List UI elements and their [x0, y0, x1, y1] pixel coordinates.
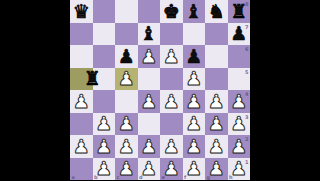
white-pawn[interactable]: ♟	[230, 114, 247, 133]
square-a2[interactable]: ♟	[70, 135, 93, 158]
square-b3[interactable]: ♟	[93, 113, 116, 136]
white-pawn[interactable]: ♟	[95, 137, 112, 156]
letterbox-left	[0, 0, 70, 180]
square-f5[interactable]: ♟	[183, 68, 206, 91]
square-c7[interactable]	[115, 23, 138, 46]
white-pawn[interactable]: ♟	[118, 159, 135, 178]
white-pawn[interactable]: ♟	[208, 114, 225, 133]
square-b1[interactable]: b♟	[93, 158, 116, 181]
white-pawn[interactable]: ♟	[118, 137, 135, 156]
square-b8[interactable]	[93, 0, 116, 23]
square-d1[interactable]: d♟	[138, 158, 161, 181]
square-h7[interactable]: 7♟	[228, 23, 251, 46]
square-e1[interactable]: e♟	[160, 158, 183, 181]
square-f7[interactable]	[183, 23, 206, 46]
white-pawn[interactable]: ♟	[140, 92, 157, 111]
square-g2[interactable]: ♟	[205, 135, 228, 158]
square-h2[interactable]: 2♟	[228, 135, 251, 158]
square-e4[interactable]: ♟	[160, 90, 183, 113]
black-pawn[interactable]: ♟	[230, 24, 247, 43]
rank-label-5: 5	[245, 69, 248, 75]
black-king[interactable]: ♚	[163, 2, 180, 21]
square-h5[interactable]: 5	[228, 68, 251, 91]
square-d5[interactable]	[138, 68, 161, 91]
white-pawn[interactable]: ♟	[95, 159, 112, 178]
black-knight[interactable]: ♞	[208, 2, 225, 21]
square-d2[interactable]: ♟	[138, 135, 161, 158]
black-pawn[interactable]: ♟	[185, 47, 202, 66]
square-b7[interactable]	[93, 23, 116, 46]
white-pawn[interactable]: ♟	[185, 92, 202, 111]
square-e8[interactable]: ♚	[160, 0, 183, 23]
white-pawn[interactable]: ♟	[140, 159, 157, 178]
square-h8[interactable]: 8♜	[228, 0, 251, 23]
white-pawn[interactable]: ♟	[95, 114, 112, 133]
square-h4[interactable]: 4♟	[228, 90, 251, 113]
rank-label-6: 6	[245, 46, 248, 52]
white-pawn[interactable]: ♟	[208, 159, 225, 178]
square-h3[interactable]: 3♟	[228, 113, 251, 136]
white-pawn[interactable]: ♟	[230, 137, 247, 156]
square-d4[interactable]: ♟	[138, 90, 161, 113]
white-pawn[interactable]: ♟	[73, 92, 90, 111]
white-pawn[interactable]: ♟	[118, 114, 135, 133]
square-e6[interactable]: ♟	[160, 45, 183, 68]
square-a6[interactable]	[70, 45, 93, 68]
square-f2[interactable]: ♟	[183, 135, 206, 158]
chess-board[interactable]: ♛♚♝♞8♜♝7♟♟♟♟♟6♜♟♟5♟♟♟♟♟4♟♟♟♟♟3♟♟♟♟♟♟♟♟2♟…	[70, 0, 250, 180]
square-b4[interactable]	[93, 90, 116, 113]
square-d8[interactable]	[138, 0, 161, 23]
black-rook[interactable]: ♜	[84, 69, 101, 88]
square-c2[interactable]: ♟	[115, 135, 138, 158]
letterbox-right	[250, 0, 320, 180]
square-f8[interactable]: ♝	[183, 0, 206, 23]
square-g8[interactable]: ♞	[205, 0, 228, 23]
white-pawn[interactable]: ♟	[140, 47, 157, 66]
square-a5-lastmove-highlight[interactable]: ♜	[70, 68, 93, 91]
square-f6[interactable]: ♟	[183, 45, 206, 68]
white-pawn[interactable]: ♟	[163, 159, 180, 178]
square-f1[interactable]: f♟	[183, 158, 206, 181]
square-h6[interactable]: 6	[228, 45, 251, 68]
square-a4[interactable]: ♟	[70, 90, 93, 113]
white-pawn[interactable]: ♟	[163, 92, 180, 111]
square-a8[interactable]: ♛	[70, 0, 93, 23]
square-b6[interactable]	[93, 45, 116, 68]
square-d6[interactable]: ♟	[138, 45, 161, 68]
square-g1[interactable]: g♟	[205, 158, 228, 181]
square-h1[interactable]: 1h♟	[228, 158, 251, 181]
white-pawn[interactable]: ♟	[140, 137, 157, 156]
black-bishop[interactable]: ♝	[185, 2, 202, 21]
square-c5-lastmove-highlight[interactable]: ♟	[115, 68, 138, 91]
square-c1[interactable]: c♟	[115, 158, 138, 181]
black-rook[interactable]: ♜	[230, 2, 247, 21]
white-pawn[interactable]: ♟	[185, 69, 202, 88]
square-e7[interactable]	[160, 23, 183, 46]
square-e5[interactable]	[160, 68, 183, 91]
square-f3[interactable]: ♟	[183, 113, 206, 136]
square-d7[interactable]: ♝	[138, 23, 161, 46]
square-g4[interactable]: ♟	[205, 90, 228, 113]
black-queen[interactable]: ♛	[73, 2, 90, 21]
square-g6[interactable]	[205, 45, 228, 68]
square-f4[interactable]: ♟	[183, 90, 206, 113]
square-e2[interactable]: ♟	[160, 135, 183, 158]
square-c4[interactable]	[115, 90, 138, 113]
square-e3[interactable]	[160, 113, 183, 136]
square-a7[interactable]	[70, 23, 93, 46]
file-label-a: a	[72, 174, 75, 180]
black-pawn[interactable]: ♟	[118, 47, 135, 66]
white-pawn[interactable]: ♟	[73, 137, 90, 156]
white-pawn[interactable]: ♟	[118, 69, 135, 88]
black-bishop[interactable]: ♝	[140, 24, 157, 43]
white-pawn[interactable]: ♟	[208, 137, 225, 156]
square-g7[interactable]	[205, 23, 228, 46]
white-pawn[interactable]: ♟	[185, 137, 202, 156]
square-b2[interactable]: ♟	[93, 135, 116, 158]
square-c3[interactable]: ♟	[115, 113, 138, 136]
square-a1[interactable]: a	[70, 158, 93, 181]
square-c6[interactable]: ♟	[115, 45, 138, 68]
white-pawn[interactable]: ♟	[163, 137, 180, 156]
square-c8[interactable]	[115, 0, 138, 23]
white-pawn[interactable]: ♟	[163, 47, 180, 66]
screenshot-stage: ♛♚♝♞8♜♝7♟♟♟♟♟6♜♟♟5♟♟♟♟♟4♟♟♟♟♟3♟♟♟♟♟♟♟♟2♟…	[0, 0, 320, 180]
square-d3[interactable]	[138, 113, 161, 136]
white-pawn[interactable]: ♟	[230, 159, 247, 178]
white-pawn[interactable]: ♟	[185, 114, 202, 133]
white-pawn[interactable]: ♟	[185, 159, 202, 178]
square-g3[interactable]: ♟	[205, 113, 228, 136]
square-a3[interactable]	[70, 113, 93, 136]
white-pawn[interactable]: ♟	[230, 92, 247, 111]
white-pawn[interactable]: ♟	[208, 92, 225, 111]
square-g5[interactable]	[205, 68, 228, 91]
